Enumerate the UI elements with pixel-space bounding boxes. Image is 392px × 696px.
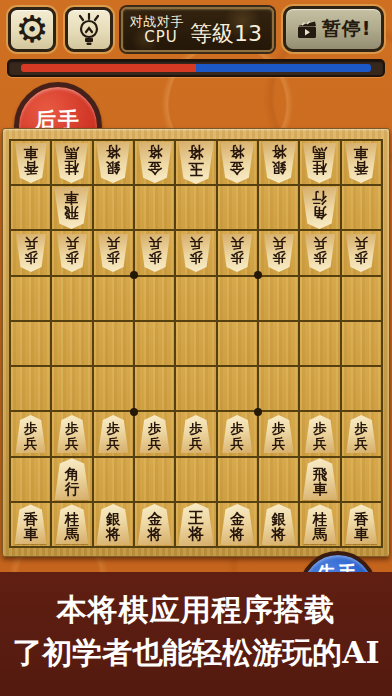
- piece-kanji: 兵: [231, 237, 245, 252]
- board-cell[interactable]: 歩兵: [52, 412, 91, 455]
- board-cell[interactable]: 歩兵: [218, 231, 257, 274]
- shogi-piece-gote[interactable]: 角行: [301, 187, 338, 229]
- board-cell[interactable]: [176, 186, 215, 229]
- piece-kanji: 金: [230, 161, 245, 177]
- piece-kanji: 兵: [189, 237, 203, 252]
- piece-kanji: 歩: [313, 421, 327, 436]
- piece-kanji: 銀: [271, 161, 286, 177]
- shogi-piece-gote[interactable]: 歩兵: [139, 234, 171, 272]
- piece-kanji: 兵: [24, 237, 38, 252]
- piece-kanji: 歩: [355, 421, 369, 436]
- opponent-label: 对战对手: [130, 14, 184, 29]
- board-cell[interactable]: 歩兵: [135, 231, 174, 274]
- piece-kanji: 歩: [272, 421, 286, 436]
- piece-kanji: 将: [106, 145, 121, 161]
- shogi-piece-gote[interactable]: 歩兵: [15, 234, 47, 272]
- board-cell[interactable]: [11, 458, 50, 501]
- piece-kanji: 歩: [355, 251, 369, 266]
- shogi-piece-gote[interactable]: 歩兵: [345, 234, 377, 272]
- piece-kanji: 行: [313, 190, 328, 206]
- piece-kanji: 兵: [65, 436, 79, 451]
- piece-kanji: 角: [313, 206, 328, 222]
- piece-kanji: 兵: [355, 436, 369, 451]
- piece-kanji: 馬: [65, 145, 80, 161]
- piece-kanji: 車: [65, 190, 80, 206]
- gear-icon: ⚙: [15, 11, 48, 48]
- board-cell[interactable]: 歩兵: [94, 412, 133, 455]
- piece-kanji: 桂: [313, 511, 328, 527]
- board-cell[interactable]: [11, 277, 50, 320]
- piece-kanji: 歩: [65, 251, 79, 266]
- piece-kanji: 銀: [106, 511, 121, 527]
- board-cell[interactable]: [135, 277, 174, 320]
- piece-kanji: 銀: [106, 161, 121, 177]
- board-cell[interactable]: 香車: [342, 141, 381, 184]
- piece-kanji: 歩: [24, 421, 38, 436]
- piece-kanji: 桂: [65, 161, 80, 177]
- piece-kanji: 兵: [24, 436, 38, 451]
- board-inner: 香車桂馬銀将金将玉将金将銀将桂馬香車飛車角行歩兵歩兵歩兵歩兵歩兵歩兵歩兵歩兵歩兵…: [9, 139, 383, 548]
- board-cell[interactable]: [342, 277, 381, 320]
- board-cell[interactable]: [52, 367, 91, 410]
- board-cell[interactable]: 歩兵: [218, 412, 257, 455]
- board-cell[interactable]: 王将: [176, 503, 215, 546]
- piece-kanji: 桂: [65, 511, 80, 527]
- board-cell[interactable]: 金将: [218, 503, 257, 546]
- piece-kanji: 馬: [313, 145, 328, 161]
- piece-kanji: 金: [147, 511, 162, 527]
- board-cell[interactable]: [218, 322, 257, 365]
- piece-kanji: 兵: [313, 436, 327, 451]
- shogi-piece-gote[interactable]: 飛車: [53, 187, 90, 229]
- board-cell[interactable]: [52, 277, 91, 320]
- board-cell[interactable]: 桂馬: [300, 503, 339, 546]
- piece-kanji: 馬: [313, 526, 328, 542]
- board-cell[interactable]: [94, 277, 133, 320]
- board-cell[interactable]: [52, 322, 91, 365]
- shogi-board: 香車桂馬銀将金将玉将金将銀将桂馬香車飛車角行歩兵歩兵歩兵歩兵歩兵歩兵歩兵歩兵歩兵…: [2, 128, 390, 557]
- board-cell[interactable]: [342, 322, 381, 365]
- shogi-piece-gote[interactable]: 金将: [137, 142, 173, 183]
- board-cell[interactable]: 銀将: [259, 141, 298, 184]
- piece-kanji: 将: [147, 145, 162, 161]
- piece-kanji: 歩: [189, 421, 203, 436]
- piece-kanji: 行: [65, 481, 80, 497]
- shogi-piece-sente[interactable]: 歩兵: [97, 415, 129, 453]
- board-cell[interactable]: 香車: [11, 141, 50, 184]
- piece-kanji: 金: [147, 161, 162, 177]
- piece-kanji: 香: [23, 161, 38, 177]
- board-cell[interactable]: 角行: [52, 458, 91, 501]
- board-cell[interactable]: [135, 186, 174, 229]
- piece-kanji: 将: [271, 526, 286, 542]
- piece-kanji: 歩: [313, 251, 327, 266]
- piece-kanji: 歩: [107, 421, 121, 436]
- piece-kanji: 兵: [231, 436, 245, 451]
- board-cell[interactable]: 歩兵: [300, 231, 339, 274]
- time-bar: [7, 59, 385, 77]
- board-cell[interactable]: [300, 367, 339, 410]
- board-cell[interactable]: [218, 367, 257, 410]
- shogi-piece-sente[interactable]: 桂馬: [54, 504, 89, 544]
- shogi-piece-sente[interactable]: 金将: [219, 504, 255, 545]
- board-cell[interactable]: 飛車: [52, 186, 91, 229]
- shogi-piece-sente[interactable]: 角行: [53, 458, 90, 500]
- piece-kanji: 歩: [272, 251, 286, 266]
- board-cell[interactable]: 歩兵: [176, 231, 215, 274]
- board-cell[interactable]: 歩兵: [135, 412, 174, 455]
- piece-kanji: 角: [65, 466, 80, 482]
- shogi-piece-gote[interactable]: 歩兵: [56, 234, 88, 272]
- shogi-piece-sente[interactable]: 歩兵: [56, 415, 88, 453]
- board-cell[interactable]: [342, 367, 381, 410]
- caption-line1: 本将棋应用程序搭载: [0, 589, 392, 631]
- piece-kanji: 香: [23, 511, 38, 527]
- shogi-piece-sente[interactable]: 歩兵: [345, 415, 377, 453]
- shogi-piece-gote[interactable]: 銀将: [261, 142, 297, 183]
- opponent-panel: 对战对手 CPU 等級13: [121, 7, 274, 52]
- board-cell[interactable]: [259, 277, 298, 320]
- shogi-piece-sente[interactable]: 歩兵: [304, 415, 336, 453]
- piece-kanji: 兵: [313, 237, 327, 252]
- shogi-piece-gote[interactable]: 香車: [344, 143, 378, 183]
- board-cell[interactable]: 銀将: [94, 503, 133, 546]
- board-cell[interactable]: [94, 186, 133, 229]
- app-screen: ⚙ 对战对手 CPU 等級13 暂停!: [0, 0, 392, 696]
- piece-kanji: 車: [354, 526, 369, 542]
- board-cell[interactable]: 香車: [11, 503, 50, 546]
- piece-kanji: 歩: [231, 421, 245, 436]
- piece-kanji: 兵: [107, 436, 121, 451]
- board-cell[interactable]: 桂馬: [52, 141, 91, 184]
- board-cell[interactable]: [300, 277, 339, 320]
- board-cell[interactable]: 玉将: [176, 141, 215, 184]
- board-cell[interactable]: 香車: [342, 503, 381, 546]
- board-cell[interactable]: [135, 458, 174, 501]
- board-cell[interactable]: 金将: [135, 503, 174, 546]
- shogi-piece-sente[interactable]: 王将: [177, 503, 215, 546]
- shogi-piece-sente[interactable]: 歩兵: [263, 415, 295, 453]
- piece-kanji: 将: [230, 145, 245, 161]
- shogi-piece-gote[interactable]: 銀将: [95, 142, 131, 183]
- board-cell[interactable]: [94, 367, 133, 410]
- piece-kanji: 車: [313, 481, 328, 497]
- piece-kanji: 玉: [188, 161, 204, 178]
- shogi-piece-sente[interactable]: 歩兵: [139, 415, 171, 453]
- board-cell[interactable]: 歩兵: [342, 231, 381, 274]
- board-cell[interactable]: [135, 367, 174, 410]
- board-cell[interactable]: [11, 186, 50, 229]
- shogi-piece-sente[interactable]: 香車: [14, 504, 48, 544]
- board-cell[interactable]: [259, 186, 298, 229]
- shogi-piece-gote[interactable]: 歩兵: [263, 234, 295, 272]
- board-cell[interactable]: [11, 367, 50, 410]
- board-cell[interactable]: [342, 458, 381, 501]
- piece-kanji: 兵: [272, 436, 286, 451]
- pause-label: 暂停!: [322, 16, 372, 42]
- piece-kanji: 歩: [107, 251, 121, 266]
- shogi-piece-gote[interactable]: 桂馬: [54, 143, 89, 183]
- board-cell[interactable]: 歩兵: [11, 231, 50, 274]
- caption-line2: 了初学者也能轻松游玩的AI: [0, 631, 392, 675]
- board-cell[interactable]: [11, 322, 50, 365]
- piece-kanji: 車: [354, 145, 369, 161]
- board-cell[interactable]: [218, 186, 257, 229]
- board-cell[interactable]: 銀将: [259, 503, 298, 546]
- board-cell[interactable]: 金将: [135, 141, 174, 184]
- board-cell[interactable]: [176, 367, 215, 410]
- piece-kanji: 歩: [148, 421, 162, 436]
- shogi-piece-sente[interactable]: 歩兵: [180, 415, 212, 453]
- shogi-piece-sente[interactable]: 歩兵: [15, 415, 47, 453]
- piece-kanji: 歩: [148, 251, 162, 266]
- board-cell[interactable]: 歩兵: [259, 231, 298, 274]
- piece-kanji: 銀: [271, 511, 286, 527]
- piece-kanji: 香: [354, 511, 369, 527]
- piece-kanji: 将: [230, 526, 245, 542]
- shogi-piece-sente[interactable]: 飛車: [301, 458, 338, 500]
- piece-kanji: 兵: [272, 237, 286, 252]
- board-cell[interactable]: [259, 458, 298, 501]
- board-cell[interactable]: 歩兵: [342, 412, 381, 455]
- board-cell[interactable]: [176, 458, 215, 501]
- shogi-piece-sente[interactable]: 銀将: [261, 504, 297, 545]
- piece-kanji: 兵: [148, 436, 162, 451]
- caption-banner: 本将棋应用程序搭载 了初学者也能轻松游玩的AI: [0, 572, 392, 696]
- shogi-piece-sente[interactable]: 銀将: [95, 504, 131, 545]
- piece-kanji: 兵: [107, 237, 121, 252]
- piece-kanji: 将: [147, 526, 162, 542]
- shogi-piece-gote[interactable]: 歩兵: [97, 234, 129, 272]
- piece-kanji: 将: [188, 144, 204, 161]
- piece-kanji: 兵: [189, 436, 203, 451]
- board-cell[interactable]: 桂馬: [52, 503, 91, 546]
- shogi-piece-sente[interactable]: 歩兵: [221, 415, 253, 453]
- piece-kanji: 馬: [65, 526, 80, 542]
- shogi-piece-gote[interactable]: 香車: [14, 143, 48, 183]
- board-cell[interactable]: 角行: [300, 186, 339, 229]
- shogi-piece-sente[interactable]: 香車: [344, 504, 378, 544]
- piece-kanji: 将: [271, 145, 286, 161]
- opponent-level: 等級13: [190, 22, 262, 46]
- board-cell[interactable]: 歩兵: [176, 412, 215, 455]
- piece-kanji: 歩: [65, 421, 79, 436]
- board-cell[interactable]: [259, 367, 298, 410]
- board-cell[interactable]: [300, 322, 339, 365]
- board-cell[interactable]: 歩兵: [52, 231, 91, 274]
- board-cell[interactable]: 歩兵: [94, 231, 133, 274]
- shogi-piece-gote[interactable]: 歩兵: [221, 234, 253, 272]
- piece-kanji: 歩: [189, 251, 203, 266]
- pause-button[interactable]: 暂停!: [283, 6, 384, 52]
- board-cell[interactable]: [176, 277, 215, 320]
- board-cell[interactable]: 歩兵: [11, 412, 50, 455]
- piece-kanji: 飛: [65, 206, 80, 222]
- hint-button[interactable]: [65, 7, 113, 52]
- board-cell[interactable]: [218, 458, 257, 501]
- board-cell[interactable]: [135, 322, 174, 365]
- piece-kanji: 歩: [231, 251, 245, 266]
- board-cell[interactable]: 金将: [218, 141, 257, 184]
- shogi-piece-gote[interactable]: 歩兵: [304, 234, 336, 272]
- lightbulb-icon: [74, 13, 104, 47]
- clapperboard-icon: [296, 19, 318, 39]
- board-grid: 香車桂馬銀将金将玉将金将銀将桂馬香車飛車角行歩兵歩兵歩兵歩兵歩兵歩兵歩兵歩兵歩兵…: [9, 139, 383, 548]
- piece-kanji: 桂: [313, 161, 328, 177]
- board-cell[interactable]: 銀将: [94, 141, 133, 184]
- piece-kanji: 車: [23, 145, 38, 161]
- board-cell[interactable]: [342, 186, 381, 229]
- piece-kanji: 将: [106, 526, 121, 542]
- opponent-type: CPU: [136, 29, 178, 46]
- board-cell[interactable]: [94, 322, 133, 365]
- settings-button[interactable]: ⚙: [8, 7, 56, 52]
- time-bar-gote-segment: [196, 64, 371, 72]
- shogi-piece-gote[interactable]: 金将: [219, 142, 255, 183]
- board-cell[interactable]: [218, 277, 257, 320]
- piece-kanji: 香: [354, 161, 369, 177]
- board-cell[interactable]: 飛車: [300, 458, 339, 501]
- board-cell[interactable]: 歩兵: [300, 412, 339, 455]
- piece-kanji: 歩: [24, 251, 38, 266]
- shogi-piece-sente[interactable]: 金将: [137, 504, 173, 545]
- board-cell[interactable]: [176, 322, 215, 365]
- shogi-piece-sente[interactable]: 桂馬: [302, 504, 337, 544]
- board-cell[interactable]: 歩兵: [259, 412, 298, 455]
- board-cell[interactable]: 桂馬: [300, 141, 339, 184]
- piece-kanji: 将: [188, 526, 204, 543]
- piece-kanji: 兵: [355, 237, 369, 252]
- board-cell[interactable]: [259, 322, 298, 365]
- board-cell[interactable]: [94, 458, 133, 501]
- shogi-piece-gote[interactable]: 歩兵: [180, 234, 212, 272]
- shogi-piece-gote[interactable]: 桂馬: [302, 143, 337, 183]
- piece-kanji: 車: [23, 526, 38, 542]
- piece-kanji: 兵: [148, 237, 162, 252]
- piece-kanji: 兵: [65, 237, 79, 252]
- piece-kanji: 金: [230, 511, 245, 527]
- shogi-piece-gote[interactable]: 玉将: [177, 141, 215, 184]
- time-bar-sente-segment: [21, 64, 196, 72]
- piece-kanji: 飛: [313, 466, 328, 482]
